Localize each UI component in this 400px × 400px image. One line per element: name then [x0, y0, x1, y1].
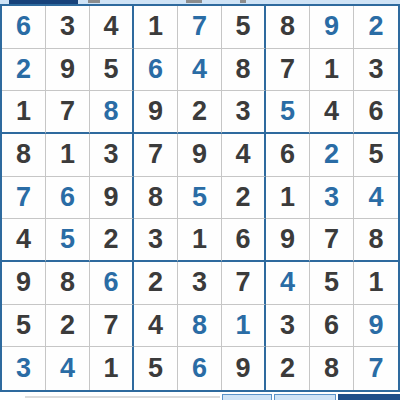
sudoku-cell-r3c1: 1 [2, 91, 46, 134]
sudoku-cell-r6c6: 6 [222, 219, 266, 262]
sudoku-cell-r8c3: 7 [90, 305, 134, 348]
sudoku-cell-r3c5: 2 [178, 91, 222, 134]
sudoku-cell-r3c6: 3 [222, 91, 266, 134]
sudoku-cell-r9c5: 6 [178, 347, 222, 390]
sudoku-cell-r4c7: 6 [266, 134, 310, 177]
sudoku-cell-r8c8: 6 [310, 305, 354, 348]
sudoku-cell-r5c4: 8 [134, 177, 178, 220]
sudoku-cell-r4c6: 4 [222, 134, 266, 177]
sudoku-cell-r9c4: 5 [134, 347, 178, 390]
sudoku-cell-r4c9: 5 [354, 134, 398, 177]
sudoku-cell-r3c9: 6 [354, 91, 398, 134]
sudoku-cell-r7c6: 7 [222, 262, 266, 305]
sudoku-cell-r2c8: 1 [310, 49, 354, 92]
sudoku-cell-r2c4: 6 [134, 49, 178, 92]
sudoku-cell-r2c9: 3 [354, 49, 398, 92]
sudoku-cell-r2c7: 7 [266, 49, 310, 92]
sudoku-cell-r1c8: 9 [310, 6, 354, 49]
sudoku-cell-r5c5: 5 [178, 177, 222, 220]
sudoku-cell-r4c3: 3 [90, 134, 134, 177]
sudoku-cell-r6c1: 4 [2, 219, 46, 262]
sudoku-cell-r1c5: 7 [178, 6, 222, 49]
sudoku-cell-r2c5: 4 [178, 49, 222, 92]
footer-button-dark[interactable] [338, 394, 400, 400]
sudoku-cell-r5c8: 3 [310, 177, 354, 220]
sudoku-cell-r9c8: 8 [310, 347, 354, 390]
sudoku-cell-r1c1: 6 [2, 6, 46, 49]
sudoku-cell-r4c4: 7 [134, 134, 178, 177]
cropped-footer [0, 392, 400, 400]
sudoku-cell-r2c6: 8 [222, 49, 266, 92]
sudoku-cell-r7c5: 3 [178, 262, 222, 305]
sudoku-cell-r5c9: 4 [354, 177, 398, 220]
sudoku-board: 6341758922956487131789235468137946257698… [0, 4, 400, 392]
sudoku-cell-r8c1: 5 [2, 305, 46, 348]
sudoku-cell-r8c7: 3 [266, 305, 310, 348]
sudoku-cell-r4c2: 1 [46, 134, 90, 177]
sudoku-page: 6341758922956487131789235468137946257698… [0, 0, 400, 400]
sudoku-cell-r9c7: 2 [266, 347, 310, 390]
sudoku-cell-r6c3: 2 [90, 219, 134, 262]
toolbar-text-fragment [88, 0, 100, 3]
sudoku-cell-r9c9: 7 [354, 347, 398, 390]
sudoku-cell-r2c2: 9 [46, 49, 90, 92]
sudoku-cell-r6c2: 5 [46, 219, 90, 262]
toolbar-text-fragment [186, 0, 202, 3]
sudoku-cell-r8c9: 9 [354, 305, 398, 348]
sudoku-cell-r1c6: 5 [222, 6, 266, 49]
sudoku-cell-r5c7: 1 [266, 177, 310, 220]
sudoku-cell-r9c1: 3 [2, 347, 46, 390]
footer-button-1[interactable] [222, 394, 272, 400]
sudoku-cell-r1c3: 4 [90, 6, 134, 49]
sudoku-cell-r5c1: 7 [2, 177, 46, 220]
sudoku-cell-r9c3: 1 [90, 347, 134, 390]
sudoku-cell-r6c4: 3 [134, 219, 178, 262]
sudoku-cell-r3c4: 9 [134, 91, 178, 134]
sudoku-cell-r5c6: 2 [222, 177, 266, 220]
sudoku-cell-r9c6: 9 [222, 347, 266, 390]
sudoku-cell-r7c9: 1 [354, 262, 398, 305]
sudoku-cell-r7c8: 5 [310, 262, 354, 305]
sudoku-cell-r3c3: 8 [90, 91, 134, 134]
sudoku-cell-r6c5: 1 [178, 219, 222, 262]
sudoku-cell-r7c7: 4 [266, 262, 310, 305]
sudoku-cell-r1c2: 3 [46, 6, 90, 49]
sudoku-cell-r7c4: 2 [134, 262, 178, 305]
sudoku-cell-r6c8: 7 [310, 219, 354, 262]
sudoku-cell-r4c1: 8 [2, 134, 46, 177]
sudoku-cell-r7c2: 8 [46, 262, 90, 305]
sudoku-cell-r9c2: 4 [46, 347, 90, 390]
sudoku-cell-r4c8: 2 [310, 134, 354, 177]
sudoku-cell-r2c1: 2 [2, 49, 46, 92]
sudoku-cell-r8c2: 2 [46, 305, 90, 348]
sudoku-cell-r5c3: 9 [90, 177, 134, 220]
sudoku-cell-r2c3: 5 [90, 49, 134, 92]
sudoku-cell-r7c1: 9 [2, 262, 46, 305]
sudoku-cell-r3c7: 5 [266, 91, 310, 134]
sudoku-cell-r3c8: 4 [310, 91, 354, 134]
sudoku-cell-r8c5: 8 [178, 305, 222, 348]
sudoku-cell-r8c6: 1 [222, 305, 266, 348]
sudoku-cell-r8c4: 4 [134, 305, 178, 348]
toolbar-text-fragment [240, 0, 246, 3]
sudoku-cell-r3c2: 7 [46, 91, 90, 134]
sudoku-cell-r5c2: 6 [46, 177, 90, 220]
sudoku-cell-r6c9: 8 [354, 219, 398, 262]
sudoku-cell-r1c7: 8 [266, 6, 310, 49]
sudoku-cell-r7c3: 6 [90, 262, 134, 305]
footer-button-2[interactable] [274, 394, 336, 400]
sudoku-cell-r1c9: 2 [354, 6, 398, 49]
footer-divider [25, 396, 220, 398]
sudoku-cell-r6c7: 9 [266, 219, 310, 262]
sudoku-cell-r1c4: 1 [134, 6, 178, 49]
sudoku-cell-r4c5: 9 [178, 134, 222, 177]
